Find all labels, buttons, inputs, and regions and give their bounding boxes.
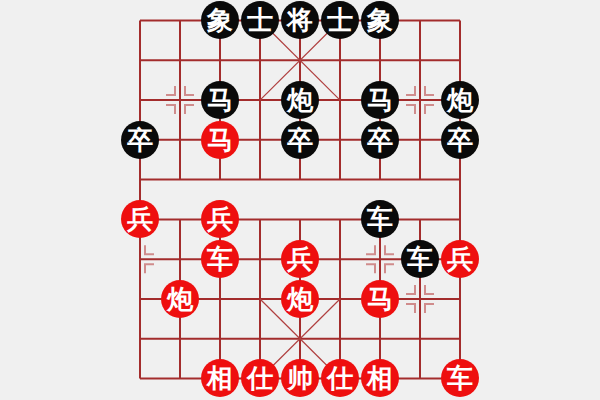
piece-black-d10[interactable]: 士	[241, 1, 279, 39]
piece-red-d1[interactable]: 仕	[241, 359, 279, 397]
piece-black-f10[interactable]: 士	[321, 1, 359, 39]
xiangqi-board[interactable]: 象士将士象马炮马炮卒马卒卒卒兵兵车车兵车兵炮炮马相仕帅仕相车	[120, 1, 480, 399]
piece-black-g8[interactable]: 马	[361, 81, 399, 119]
piece-black-g10[interactable]: 象	[361, 1, 399, 39]
piece-red-c7[interactable]: 马	[201, 121, 239, 159]
piece-red-e3[interactable]: 炮	[281, 280, 319, 318]
piece-black-g7[interactable]: 卒	[361, 121, 399, 159]
piece-red-c1[interactable]: 相	[201, 359, 239, 397]
piece-black-h4[interactable]: 车	[401, 240, 439, 278]
piece-red-i4[interactable]: 兵	[441, 240, 479, 278]
piece-black-c8[interactable]: 马	[201, 81, 239, 119]
piece-red-c5[interactable]: 兵	[201, 200, 239, 238]
piece-black-i7[interactable]: 卒	[441, 121, 479, 159]
piece-black-e7[interactable]: 卒	[281, 121, 319, 159]
piece-black-i8[interactable]: 炮	[441, 81, 479, 119]
piece-red-a5[interactable]: 兵	[121, 200, 159, 238]
piece-black-g5[interactable]: 车	[361, 200, 399, 238]
piece-red-g1[interactable]: 相	[361, 359, 399, 397]
piece-red-f1[interactable]: 仕	[321, 359, 359, 397]
piece-red-g3[interactable]: 马	[361, 280, 399, 318]
piece-red-c4[interactable]: 车	[201, 240, 239, 278]
piece-red-e4[interactable]: 兵	[281, 240, 319, 278]
piece-black-e8[interactable]: 炮	[281, 81, 319, 119]
piece-black-c10[interactable]: 象	[201, 1, 239, 39]
piece-red-b3[interactable]: 炮	[161, 280, 199, 318]
piece-black-a7[interactable]: 卒	[121, 121, 159, 159]
piece-black-e10[interactable]: 将	[281, 1, 319, 39]
xiangqi-app: 象士将士象马炮马炮卒马卒卒卒兵兵车车兵车兵炮炮马相仕帅仕相车	[0, 0, 600, 400]
piece-red-i1[interactable]: 车	[441, 359, 479, 397]
piece-red-e1[interactable]: 帅	[281, 359, 319, 397]
